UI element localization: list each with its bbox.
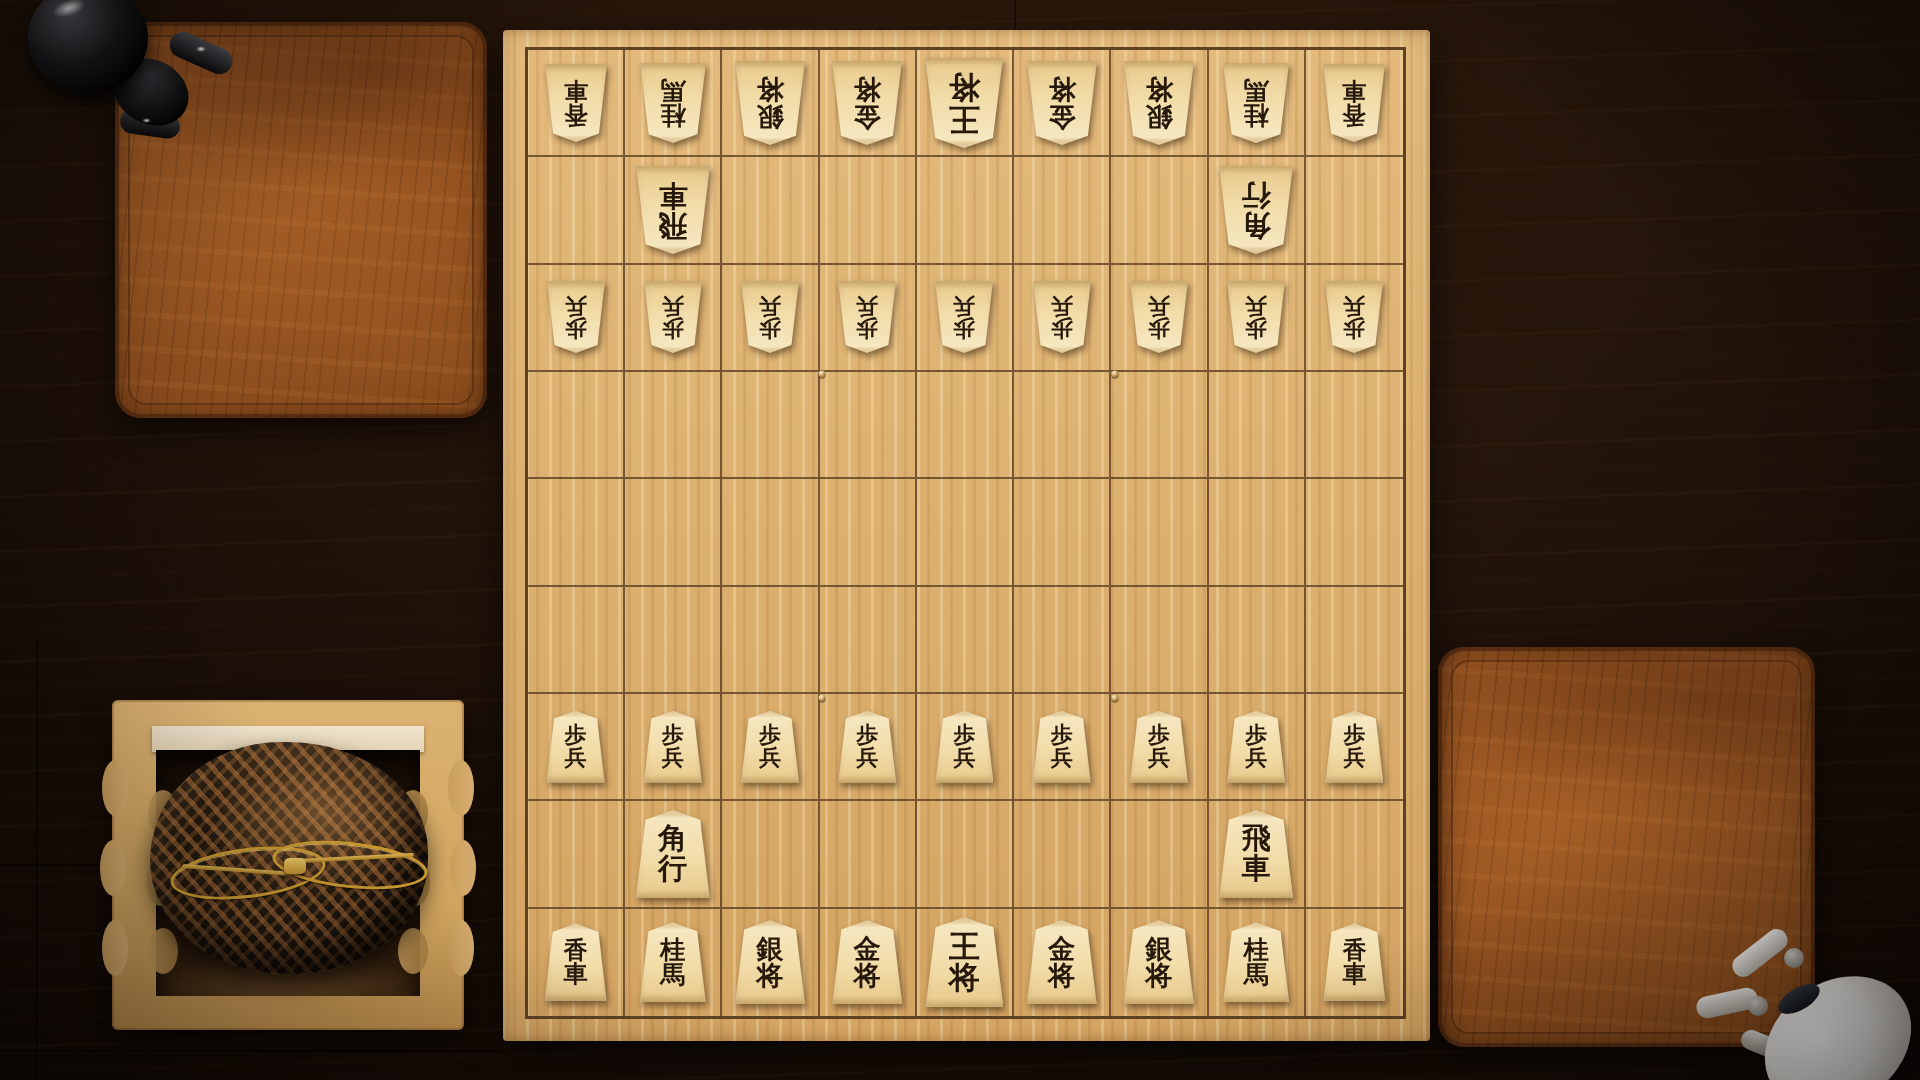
- board-cell[interactable]: [625, 479, 722, 586]
- board-cell[interactable]: 桂馬: [625, 909, 722, 1016]
- board-cell[interactable]: 歩兵: [1014, 265, 1111, 372]
- piece-silver-sente[interactable]: 銀将: [735, 920, 805, 1004]
- board-cell[interactable]: 金将: [1014, 909, 1111, 1016]
- board-cell[interactable]: [1111, 157, 1208, 264]
- piece-pawn-sente[interactable]: 歩兵: [1033, 711, 1091, 783]
- piece-pawn-gote[interactable]: 歩兵: [838, 281, 896, 353]
- star-point: [818, 695, 825, 702]
- board-cell[interactable]: 角行: [1209, 157, 1306, 264]
- piece-kanji: 銀: [757, 103, 784, 131]
- piece-pawn-sente[interactable]: 歩兵: [741, 711, 799, 783]
- piece-kanji: 車: [658, 180, 687, 210]
- piece-box-wavy-edge: [100, 840, 126, 896]
- piece-kanji: 歩: [1051, 724, 1073, 746]
- table-plank-seam: [0, 864, 114, 866]
- piece-pawn-sente[interactable]: 歩兵: [547, 711, 605, 783]
- board-cell[interactable]: 歩兵: [625, 265, 722, 372]
- piece-face: 歩兵: [644, 281, 702, 353]
- piece-kanji: 角: [1242, 210, 1271, 240]
- piece-kanji: 桂: [1244, 103, 1269, 129]
- piece-kanji: 歩: [1245, 724, 1267, 746]
- board-cell[interactable]: [1014, 372, 1111, 479]
- board-cell[interactable]: [917, 372, 1014, 479]
- piece-kanji: 歩: [856, 317, 878, 339]
- piece-silver-gote[interactable]: 銀将: [735, 61, 805, 145]
- board-cell[interactable]: 王将: [917, 50, 1014, 157]
- piece-face: 王将: [925, 58, 1003, 148]
- piece-box: [112, 700, 464, 1030]
- piece-face: 銀将: [735, 920, 805, 1004]
- piece-face: 銀将: [735, 61, 805, 145]
- board-cell[interactable]: 歩兵: [1209, 694, 1306, 801]
- piece-kanji: 歩: [1148, 317, 1170, 339]
- robot-joint: [1748, 996, 1768, 1016]
- board-cell[interactable]: [1209, 479, 1306, 586]
- piece-kanji: 香: [564, 938, 588, 962]
- piece-face: 金将: [832, 920, 902, 1004]
- piece-king-sente[interactable]: 王将: [925, 917, 1003, 1007]
- piece-kanji: 金: [1048, 103, 1075, 131]
- piece-kanji: 歩: [1245, 317, 1267, 339]
- black-robot-figure: [0, 0, 260, 180]
- piece-kanji: 歩: [953, 724, 975, 746]
- piece-kanji: 兵: [759, 295, 781, 317]
- piece-kanji: 兵: [565, 295, 587, 317]
- robot-joint: [1784, 948, 1804, 968]
- board-cell[interactable]: [722, 587, 819, 694]
- board-cell[interactable]: 歩兵: [1111, 694, 1208, 801]
- piece-kanji: 将: [757, 962, 784, 990]
- board-cell[interactable]: [1209, 372, 1306, 479]
- board-cell[interactable]: 飛車: [1209, 801, 1306, 908]
- board-cell[interactable]: [917, 157, 1014, 264]
- piece-box-wavy-edge: [448, 920, 474, 976]
- shogi-scene: 香車桂馬銀将金将王将金将銀将桂馬香車飛車角行歩兵歩兵歩兵歩兵歩兵歩兵歩兵歩兵歩兵…: [0, 0, 1920, 1080]
- piece-silver-gote[interactable]: 銀将: [1124, 61, 1194, 145]
- piece-face: 角行: [1219, 166, 1293, 254]
- board-cell[interactable]: 歩兵: [917, 265, 1014, 372]
- board-cell[interactable]: [820, 372, 917, 479]
- board-cell[interactable]: 歩兵: [528, 265, 625, 372]
- board-cell[interactable]: 金将: [820, 909, 917, 1016]
- board-cell[interactable]: 香車: [1306, 50, 1403, 157]
- piece-kanji: 行: [1242, 180, 1271, 210]
- piece-face: 歩兵: [1130, 281, 1188, 353]
- piece-kanji: 歩: [1148, 724, 1170, 746]
- board-cell[interactable]: [820, 479, 917, 586]
- piece-face: 香車: [1323, 64, 1385, 142]
- piece-knight-sente[interactable]: 桂馬: [640, 922, 706, 1002]
- board-cell[interactable]: 銀将: [1111, 909, 1208, 1016]
- piece-kanji: 角: [658, 824, 687, 854]
- board-cell[interactable]: [820, 587, 917, 694]
- piece-kanji: 将: [757, 75, 784, 103]
- piece-kanji: 馬: [660, 77, 685, 103]
- piece-face: 歩兵: [1227, 711, 1285, 783]
- piece-kanji: 兵: [856, 747, 878, 769]
- piece-face: 歩兵: [838, 281, 896, 353]
- piece-box-wavy-edge: [450, 840, 476, 896]
- board-cell[interactable]: 金将: [820, 50, 917, 157]
- board-cell[interactable]: [917, 479, 1014, 586]
- piece-face: 歩兵: [1033, 711, 1091, 783]
- board-cell[interactable]: [528, 801, 625, 908]
- piece-face: 歩兵: [547, 711, 605, 783]
- piece-king-gote[interactable]: 王将: [925, 58, 1003, 148]
- piece-lance-sente[interactable]: 香車: [1323, 923, 1385, 1001]
- gold-cord-knot: [284, 858, 306, 874]
- piece-face: 歩兵: [1130, 711, 1188, 783]
- board-cell[interactable]: 金将: [1014, 50, 1111, 157]
- piece-kanji: 桂: [660, 937, 685, 963]
- piece-face: 歩兵: [1033, 281, 1091, 353]
- piece-lance-sente[interactable]: 香車: [545, 923, 607, 1001]
- board-cell[interactable]: [820, 801, 917, 908]
- piece-box-wavy-edge: [102, 760, 128, 816]
- piece-kanji: 王: [949, 931, 980, 963]
- piece-kanji: 金: [854, 103, 881, 131]
- piece-kanji: 歩: [759, 724, 781, 746]
- robot-body: [1739, 949, 1920, 1080]
- board-cell[interactable]: [1306, 801, 1403, 908]
- piece-kanji: 歩: [1343, 317, 1365, 339]
- piece-kanji: 行: [658, 854, 687, 884]
- piece-face: 香車: [1323, 923, 1385, 1001]
- piece-kanji: 銀: [757, 935, 784, 963]
- piece-kanji: 兵: [565, 747, 587, 769]
- board-cell[interactable]: 飛車: [625, 157, 722, 264]
- piece-bishop-gote[interactable]: 角行: [1219, 166, 1293, 254]
- star-point: [1112, 371, 1119, 378]
- board-cell[interactable]: [1111, 801, 1208, 908]
- board-cell[interactable]: [820, 157, 917, 264]
- piece-face: 歩兵: [1325, 711, 1383, 783]
- piece-kanji: 兵: [1343, 747, 1365, 769]
- piece-pawn-sente[interactable]: 歩兵: [935, 711, 993, 783]
- piece-pawn-sente[interactable]: 歩兵: [1325, 711, 1383, 783]
- piece-kanji: 歩: [759, 317, 781, 339]
- piece-pawn-gote[interactable]: 歩兵: [1033, 281, 1091, 353]
- table-plank-seam: [36, 640, 38, 1080]
- board-cell[interactable]: 歩兵: [1111, 265, 1208, 372]
- board-cell[interactable]: [625, 372, 722, 479]
- board-cell[interactable]: [625, 587, 722, 694]
- board-cell[interactable]: [1306, 157, 1403, 264]
- piece-kanji: 飛: [1242, 824, 1271, 854]
- specular-highlight: [142, 118, 151, 123]
- piece-kanji: 車: [1242, 854, 1271, 884]
- piece-kanji: 飛: [658, 210, 687, 240]
- board-cell[interactable]: 歩兵: [722, 265, 819, 372]
- board-cell[interactable]: 歩兵: [1306, 694, 1403, 801]
- piece-kanji: 金: [1048, 935, 1075, 963]
- board-cell[interactable]: 歩兵: [528, 694, 625, 801]
- piece-kanji: 将: [854, 75, 881, 103]
- piece-kanji: 香: [564, 103, 588, 127]
- piece-kanji: 車: [1342, 78, 1366, 102]
- board-grid: 香車桂馬銀将金将王将金将銀将桂馬香車飛車角行歩兵歩兵歩兵歩兵歩兵歩兵歩兵歩兵歩兵…: [525, 47, 1406, 1019]
- board-cell[interactable]: 桂馬: [625, 50, 722, 157]
- piece-kanji: 銀: [1145, 935, 1172, 963]
- piece-face: 香車: [545, 64, 607, 142]
- piece-kanji: 将: [949, 962, 980, 994]
- piece-face: 歩兵: [1227, 281, 1285, 353]
- piece-gold-sente[interactable]: 金将: [1027, 920, 1097, 1004]
- board-cell[interactable]: 香車: [528, 909, 625, 1016]
- piece-kanji: 歩: [565, 317, 587, 339]
- board-cell[interactable]: [722, 157, 819, 264]
- piece-kanji: 銀: [1145, 103, 1172, 131]
- piece-box-inner-scallop: [398, 928, 428, 974]
- piece-rook-sente[interactable]: 飛車: [1219, 810, 1293, 898]
- piece-kanji: 歩: [662, 317, 684, 339]
- board-cell[interactable]: [1306, 587, 1403, 694]
- piece-box-inner-scallop: [148, 928, 178, 974]
- piece-kanji: 香: [1342, 938, 1366, 962]
- piece-kanji: 兵: [1051, 295, 1073, 317]
- piece-kanji: 兵: [759, 747, 781, 769]
- star-point: [818, 371, 825, 378]
- board-cell[interactable]: [1111, 587, 1208, 694]
- board-cell[interactable]: 歩兵: [722, 694, 819, 801]
- piece-lance-gote[interactable]: 香車: [1323, 64, 1385, 142]
- board-cell[interactable]: 歩兵: [1306, 265, 1403, 372]
- piece-kanji: 歩: [1051, 317, 1073, 339]
- piece-pawn-sente[interactable]: 歩兵: [644, 711, 702, 783]
- piece-pawn-gote[interactable]: 歩兵: [1227, 281, 1285, 353]
- board-cell[interactable]: [528, 587, 625, 694]
- board-cell[interactable]: 香車: [1306, 909, 1403, 1016]
- board-cell[interactable]: [722, 372, 819, 479]
- board-cell[interactable]: [528, 157, 625, 264]
- piece-face: 香車: [545, 923, 607, 1001]
- piece-kanji: 兵: [856, 295, 878, 317]
- piece-face: 金将: [1027, 61, 1097, 145]
- piece-kanji: 兵: [662, 295, 684, 317]
- board-cell[interactable]: [1111, 372, 1208, 479]
- board-cell[interactable]: [1111, 479, 1208, 586]
- board-cell[interactable]: 銀将: [722, 50, 819, 157]
- board-cell[interactable]: 桂馬: [1209, 50, 1306, 157]
- board-cell[interactable]: [1209, 587, 1306, 694]
- piece-kanji: 兵: [1245, 747, 1267, 769]
- piece-kanji: 将: [1048, 962, 1075, 990]
- piece-face: 金将: [832, 61, 902, 145]
- board-cell[interactable]: 角行: [625, 801, 722, 908]
- piece-face: 歩兵: [741, 711, 799, 783]
- board-cell[interactable]: [1014, 801, 1111, 908]
- piece-kanji: 将: [1145, 75, 1172, 103]
- board-cell[interactable]: 銀将: [722, 909, 819, 1016]
- piece-kanji: 歩: [953, 317, 975, 339]
- piece-knight-gote[interactable]: 桂馬: [1223, 63, 1289, 143]
- piece-pawn-gote[interactable]: 歩兵: [1130, 281, 1188, 353]
- piece-kanji: 馬: [1244, 962, 1269, 988]
- piece-kanji: 兵: [953, 747, 975, 769]
- board-cell[interactable]: [1014, 479, 1111, 586]
- board-cell[interactable]: 歩兵: [917, 694, 1014, 801]
- piece-face: 金将: [1027, 920, 1097, 1004]
- piece-face: 歩兵: [547, 281, 605, 353]
- piece-face: 角行: [636, 810, 710, 898]
- white-robot-figure: [1700, 940, 1920, 1080]
- piece-pawn-gote[interactable]: 歩兵: [547, 281, 605, 353]
- piece-pawn-sente[interactable]: 歩兵: [1130, 711, 1188, 783]
- piece-face: 銀将: [1124, 920, 1194, 1004]
- piece-face: 歩兵: [935, 711, 993, 783]
- piece-face: 飛車: [636, 166, 710, 254]
- table-plank-seam: [0, 1050, 505, 1052]
- piece-face: 飛車: [1219, 810, 1293, 898]
- piece-kanji: 将: [854, 962, 881, 990]
- board-cell[interactable]: [1014, 157, 1111, 264]
- piece-pawn-gote[interactable]: 歩兵: [935, 281, 993, 353]
- board-cell[interactable]: 王将: [917, 909, 1014, 1016]
- board-cell[interactable]: [722, 801, 819, 908]
- piece-rook-gote[interactable]: 飛車: [636, 166, 710, 254]
- piece-lance-gote[interactable]: 香車: [545, 64, 607, 142]
- board-cell[interactable]: 歩兵: [1209, 265, 1306, 372]
- board-cell[interactable]: 桂馬: [1209, 909, 1306, 1016]
- board-cell[interactable]: [722, 479, 819, 586]
- piece-kanji: 兵: [1148, 747, 1170, 769]
- piece-pawn-gote[interactable]: 歩兵: [741, 281, 799, 353]
- piece-kanji: 兵: [1245, 295, 1267, 317]
- piece-face: 歩兵: [838, 711, 896, 783]
- piece-face: 王将: [925, 917, 1003, 1007]
- board-cell[interactable]: [1306, 372, 1403, 479]
- piece-pawn-sente[interactable]: 歩兵: [838, 711, 896, 783]
- star-point: [1112, 695, 1119, 702]
- piece-silver-sente[interactable]: 銀将: [1124, 920, 1194, 1004]
- piece-gold-gote[interactable]: 金将: [1027, 61, 1097, 145]
- piece-face: 歩兵: [741, 281, 799, 353]
- piece-kanji: 将: [949, 71, 980, 103]
- piece-kanji: 王: [949, 103, 980, 135]
- piece-box-wavy-edge: [102, 920, 128, 976]
- piece-face: 歩兵: [1325, 281, 1383, 353]
- shogi-board: 香車桂馬銀将金将王将金将銀将桂馬香車飛車角行歩兵歩兵歩兵歩兵歩兵歩兵歩兵歩兵歩兵…: [503, 30, 1430, 1041]
- board-cell[interactable]: [917, 587, 1014, 694]
- piece-kanji: 兵: [1343, 295, 1365, 317]
- piece-kanji: 香: [1342, 103, 1366, 127]
- piece-pawn-gote[interactable]: 歩兵: [644, 281, 702, 353]
- board-cell[interactable]: [528, 372, 625, 479]
- piece-kanji: 金: [854, 935, 881, 963]
- piece-box-wavy-edge: [448, 760, 474, 816]
- piece-kanji: 桂: [1244, 937, 1269, 963]
- board-cell[interactable]: [917, 801, 1014, 908]
- piece-gold-sente[interactable]: 金将: [832, 920, 902, 1004]
- piece-kanji: 兵: [1148, 295, 1170, 317]
- piece-kanji: 兵: [953, 295, 975, 317]
- piece-kanji: 馬: [660, 962, 685, 988]
- piece-kanji: 車: [564, 962, 588, 986]
- board-cell[interactable]: [1306, 479, 1403, 586]
- piece-knight-gote[interactable]: 桂馬: [640, 63, 706, 143]
- piece-kanji: 将: [1048, 75, 1075, 103]
- board-cell[interactable]: 歩兵: [1014, 694, 1111, 801]
- board-cell[interactable]: 銀将: [1111, 50, 1208, 157]
- board-cell[interactable]: 歩兵: [820, 694, 917, 801]
- board-cell[interactable]: [528, 479, 625, 586]
- piece-kanji: 兵: [1051, 747, 1073, 769]
- board-cell[interactable]: 歩兵: [820, 265, 917, 372]
- piece-pawn-gote[interactable]: 歩兵: [1325, 281, 1383, 353]
- piece-face: 桂馬: [640, 63, 706, 143]
- piece-kanji: 歩: [856, 724, 878, 746]
- piece-kanji: 桂: [660, 103, 685, 129]
- piece-knight-sente[interactable]: 桂馬: [1223, 922, 1289, 1002]
- table-plank-seam: [1014, 0, 1016, 30]
- piece-kanji: 歩: [565, 724, 587, 746]
- board-cell[interactable]: [1014, 587, 1111, 694]
- piece-pawn-sente[interactable]: 歩兵: [1227, 711, 1285, 783]
- piece-kanji: 兵: [662, 747, 684, 769]
- piece-kanji: 車: [1342, 962, 1366, 986]
- piece-face: 歩兵: [644, 711, 702, 783]
- piece-gold-gote[interactable]: 金将: [832, 61, 902, 145]
- piece-kanji: 馬: [1244, 77, 1269, 103]
- piece-kanji: 歩: [662, 724, 684, 746]
- piece-face: 銀将: [1124, 61, 1194, 145]
- piece-face: 桂馬: [1223, 922, 1289, 1002]
- piece-kanji: 歩: [1343, 724, 1365, 746]
- specular-highlight: [196, 46, 206, 52]
- piece-face: 桂馬: [640, 922, 706, 1002]
- board-cell[interactable]: 歩兵: [625, 694, 722, 801]
- board-cell[interactable]: 香車: [528, 50, 625, 157]
- piece-face: 歩兵: [935, 281, 993, 353]
- piece-kanji: 将: [1145, 962, 1172, 990]
- piece-kanji: 車: [564, 78, 588, 102]
- piece-face: 桂馬: [1223, 63, 1289, 143]
- piece-bishop-sente[interactable]: 角行: [636, 810, 710, 898]
